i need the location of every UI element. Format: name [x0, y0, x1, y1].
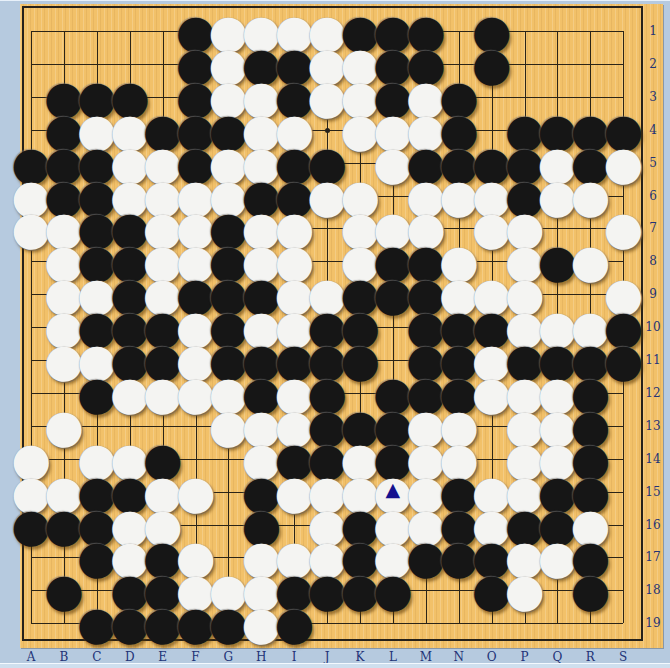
row-label-1: 1	[649, 25, 657, 37]
column-label-K: K	[356, 651, 365, 663]
black-stone-C17[interactable]: ●	[80, 541, 113, 574]
row-label-10: 10	[645, 321, 660, 333]
star-point	[325, 128, 330, 133]
row-label-9: 9	[649, 288, 657, 300]
white-stone-L5[interactable]: ●	[376, 146, 409, 179]
black-stone-A16[interactable]: ●	[15, 508, 48, 541]
white-stone-F15[interactable]: ●	[179, 475, 212, 508]
row-label-5: 5	[649, 157, 657, 169]
black-stone-K11[interactable]: ●	[344, 344, 377, 377]
black-stone-G19[interactable]: ●	[212, 607, 245, 640]
row-label-16: 16	[645, 519, 660, 531]
row-label-13: 13	[645, 420, 660, 432]
black-stone-L9[interactable]: ●	[376, 278, 409, 311]
white-stone-K4[interactable]: ●	[344, 113, 377, 146]
row-label-4: 4	[649, 124, 657, 136]
white-stone-N6[interactable]: ●	[442, 179, 475, 212]
row-label-17: 17	[645, 551, 660, 563]
column-label-I: I	[292, 651, 297, 663]
white-stone-D12[interactable]: ●	[113, 376, 146, 409]
row-label-7: 7	[649, 222, 657, 234]
column-label-M: M	[420, 651, 432, 663]
white-stone-B13[interactable]: ●	[47, 409, 80, 442]
column-label-P: P	[520, 651, 528, 663]
black-stone-O2[interactable]: ●	[475, 47, 508, 80]
black-stone-R18[interactable]: ●	[574, 574, 607, 607]
white-stone-B11[interactable]: ●	[47, 344, 80, 377]
column-label-S: S	[619, 651, 627, 663]
row-label-6: 6	[649, 190, 657, 202]
column-label-J: J	[325, 651, 330, 663]
white-stone-J3[interactable]: ●	[311, 80, 344, 113]
column-label-C: C	[92, 651, 101, 663]
black-stone-B18[interactable]: ●	[47, 574, 80, 607]
black-stone-S11[interactable]: ●	[607, 344, 640, 377]
column-label-A: A	[27, 651, 36, 663]
column-label-E: E	[158, 651, 167, 663]
black-stone-C19[interactable]: ●	[80, 607, 113, 640]
white-stone-A7[interactable]: ●	[15, 212, 48, 245]
column-label-R: R	[586, 651, 595, 663]
column-label-F: F	[191, 651, 199, 663]
column-label-G: G	[224, 651, 234, 663]
white-stone-S7[interactable]: ●	[607, 212, 640, 245]
column-label-L: L	[389, 651, 397, 663]
white-stone-G13[interactable]: ●	[212, 409, 245, 442]
black-stone-D19[interactable]: ●	[113, 607, 146, 640]
row-label-18: 18	[645, 584, 660, 596]
window-bottom-edge	[0, 663, 670, 668]
white-stone-P18[interactable]: ●	[508, 574, 541, 607]
black-stone-L18[interactable]: ●	[376, 574, 409, 607]
black-stone-K18[interactable]: ●	[344, 574, 377, 607]
row-label-11: 11	[645, 354, 660, 366]
white-stone-I15[interactable]: ●	[278, 475, 311, 508]
column-label-N: N	[453, 651, 464, 663]
column-label-D: D	[125, 651, 135, 663]
white-stone-H19[interactable]: ●	[245, 607, 278, 640]
go-board[interactable]: ●●●●●●●●●●●●●●●●●●●●●●●●●●●●●●●●●●●●●●●●…	[20, 4, 663, 648]
white-stone-J6[interactable]: ●	[311, 179, 344, 212]
black-stone-M17[interactable]: ●	[409, 541, 442, 574]
black-stone-B16[interactable]: ●	[47, 508, 80, 541]
go-app-window: ●●●●●●●●●●●●●●●●●●●●●●●●●●●●●●●●●●●●●●●●…	[0, 0, 670, 668]
black-stone-Q8[interactable]: ●	[541, 245, 574, 278]
column-label-B: B	[59, 651, 68, 663]
white-stone-Q17[interactable]: ●	[541, 541, 574, 574]
row-label-12: 12	[645, 387, 660, 399]
row-label-2: 2	[649, 58, 657, 70]
black-stone-C12[interactable]: ●	[80, 376, 113, 409]
row-label-14: 14	[645, 453, 660, 465]
column-label-Q: Q	[552, 651, 562, 663]
white-stone-R6[interactable]: ●	[574, 179, 607, 212]
black-stone-N17[interactable]: ●	[442, 541, 475, 574]
row-label-15: 15	[645, 486, 660, 498]
white-stone-R8[interactable]: ●	[574, 245, 607, 278]
black-stone-I19[interactable]: ●	[278, 607, 311, 640]
white-stone-S5[interactable]: ●	[607, 146, 640, 179]
column-label-H: H	[256, 651, 266, 663]
white-stone-Q6[interactable]: ●	[541, 179, 574, 212]
row-label-8: 8	[649, 255, 657, 267]
column-label-O: O	[487, 651, 497, 663]
row-label-19: 19	[645, 617, 660, 629]
black-stone-J18[interactable]: ●	[311, 574, 344, 607]
row-label-3: 3	[649, 91, 657, 103]
